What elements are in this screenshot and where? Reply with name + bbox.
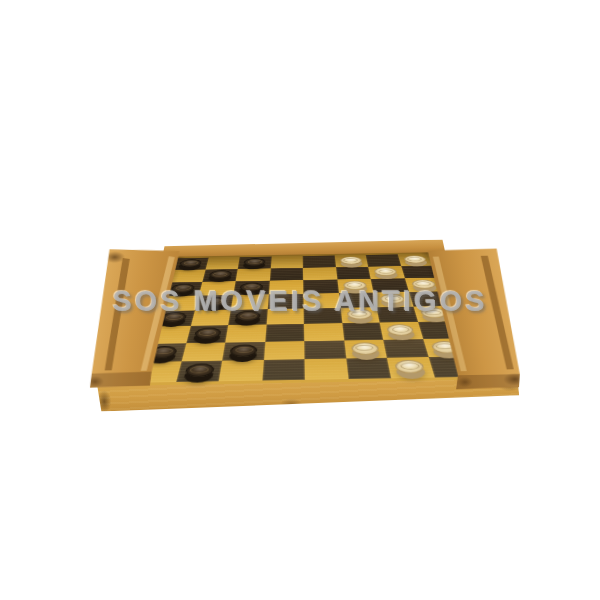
board-square bbox=[266, 308, 304, 324]
board-square bbox=[205, 257, 240, 269]
board-square bbox=[267, 294, 303, 309]
board-square bbox=[371, 278, 409, 292]
board-square bbox=[304, 308, 342, 324]
board-square bbox=[346, 358, 391, 379]
board-square bbox=[304, 323, 344, 341]
board-square bbox=[303, 255, 336, 267]
checkers-board bbox=[0, 0, 600, 600]
board-square bbox=[236, 268, 271, 281]
board-square bbox=[198, 281, 235, 295]
board-square bbox=[342, 323, 383, 341]
board-square bbox=[181, 342, 225, 361]
board-square bbox=[383, 339, 428, 358]
board-square bbox=[263, 341, 304, 360]
board-square bbox=[268, 280, 303, 294]
board-square bbox=[262, 360, 305, 381]
board-square bbox=[338, 292, 376, 307]
board-square bbox=[303, 293, 340, 308]
board-square bbox=[305, 359, 348, 380]
board-square bbox=[376, 306, 417, 322]
product-photo: SOS MOVEIS ANTIGOS bbox=[0, 0, 600, 600]
board-square bbox=[225, 325, 266, 343]
board-square bbox=[303, 267, 337, 280]
board-square bbox=[190, 309, 231, 325]
checker-piece-light[interactable] bbox=[340, 256, 363, 264]
board-square bbox=[366, 254, 401, 266]
board-square bbox=[219, 360, 264, 381]
board-square bbox=[304, 340, 346, 359]
board-square bbox=[231, 294, 269, 309]
board-square bbox=[303, 280, 338, 294]
board-plane bbox=[125, 252, 486, 386]
board-square bbox=[269, 268, 303, 281]
board-square bbox=[336, 267, 371, 280]
checker-piece-light[interactable] bbox=[351, 342, 380, 355]
board-square bbox=[270, 256, 303, 268]
board-square bbox=[265, 324, 304, 342]
